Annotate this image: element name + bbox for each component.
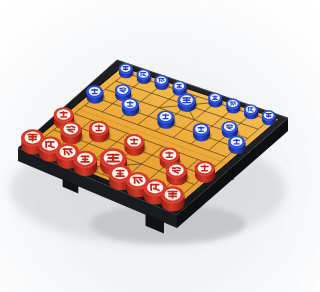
piece-blue-elephant[interactable] <box>226 99 242 114</box>
piece-blue-horse[interactable] <box>244 104 260 119</box>
product-photo <box>0 0 292 292</box>
xiangqi-board <box>0 0 292 292</box>
piece-blue-chariot[interactable] <box>262 110 278 125</box>
